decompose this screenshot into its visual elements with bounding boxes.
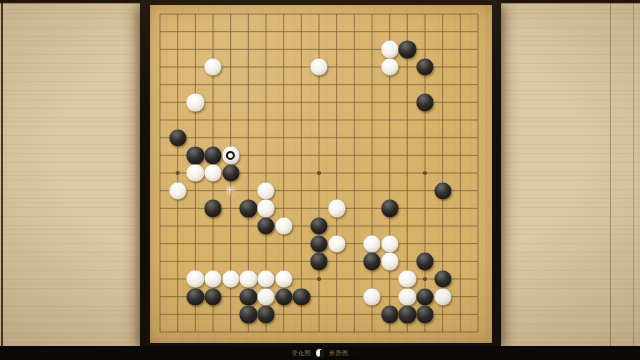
app-background: ··· 变化图 形势图 ··· [0, 0, 640, 360]
toolbar-dots-right: ··· [354, 350, 363, 356]
position-diagram-button[interactable]: 形势图 [329, 350, 349, 356]
variation-diagram-button[interactable]: 变化图 [292, 350, 312, 356]
floor-plank-seam [610, 0, 611, 360]
floor-plank-seam [1, 0, 3, 360]
go-board[interactable] [160, 14, 478, 332]
capture-sparkle-effect [227, 187, 234, 194]
floor-plank-seam [633, 0, 634, 360]
taiji-icon[interactable] [316, 349, 324, 357]
toolbar-dots-left: ··· [278, 350, 287, 356]
bottom-toolbar: ··· 变化图 形势图 ··· [0, 346, 640, 360]
last-move-marker [226, 151, 235, 160]
